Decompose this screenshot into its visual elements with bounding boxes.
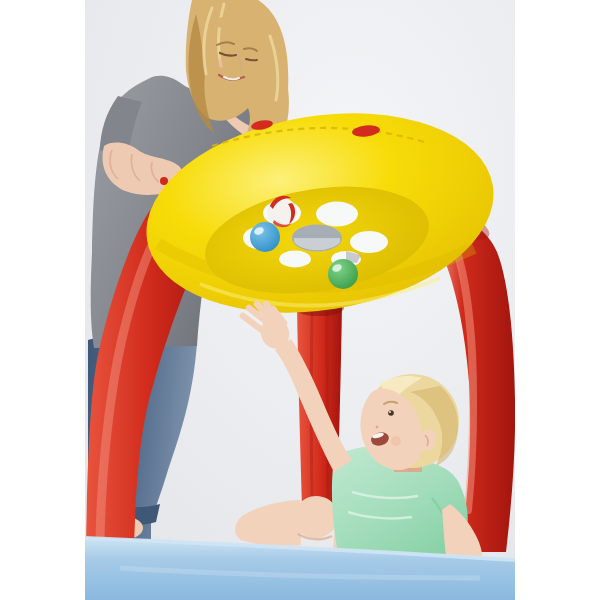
hole-bottom-left xyxy=(279,251,311,268)
ball-blue xyxy=(250,222,280,252)
hole-right xyxy=(350,231,388,253)
hole-top-right xyxy=(316,202,358,227)
white-margin-right xyxy=(515,0,600,600)
screenshot-canvas xyxy=(0,0,600,600)
ball-green xyxy=(328,259,358,289)
white-margin-left xyxy=(0,0,85,600)
photo xyxy=(0,0,600,600)
